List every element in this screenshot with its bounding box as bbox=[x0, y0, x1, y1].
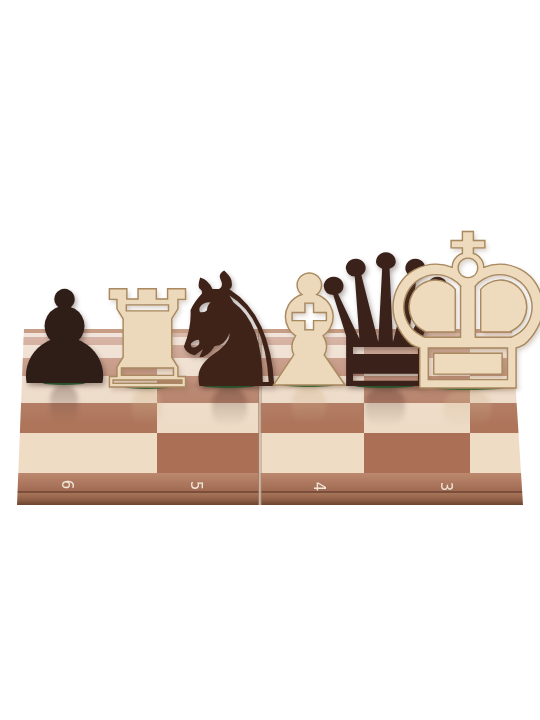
dark-square[interactable] bbox=[364, 433, 470, 473]
piece-light-king[interactable]: ♚ bbox=[361, 207, 540, 421]
light-square[interactable] bbox=[17, 433, 157, 473]
rank-label-3: 3 bbox=[438, 482, 453, 492]
board-side-edge bbox=[17, 493, 523, 505]
board-row bbox=[17, 433, 523, 473]
product-photo-chess-display: 6543 ♟♜♞♝♛♚ bbox=[0, 0, 540, 720]
light-square[interactable] bbox=[259, 433, 364, 473]
dark-square[interactable] bbox=[157, 433, 259, 473]
light-square[interactable] bbox=[470, 433, 523, 473]
rank-label-4: 4 bbox=[311, 482, 326, 492]
board-near-border: 6543 bbox=[17, 473, 523, 493]
rank-label-5: 5 bbox=[188, 481, 203, 491]
rank-label-6: 6 bbox=[59, 480, 74, 490]
